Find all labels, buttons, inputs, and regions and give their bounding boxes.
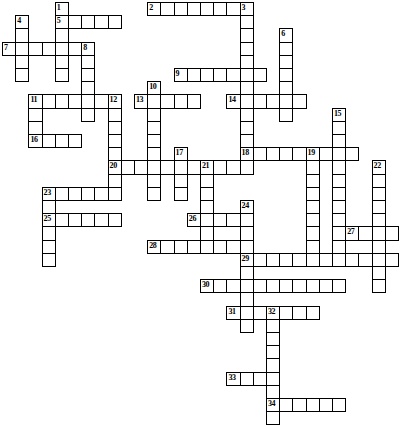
grid-cell[interactable]: 14 — [226, 94, 240, 108]
grid-cell[interactable] — [55, 213, 69, 227]
grid-cell[interactable] — [147, 187, 161, 201]
grid-cell[interactable] — [55, 187, 69, 201]
grid-cell[interactable] — [266, 279, 280, 293]
cell-number: 26 — [189, 214, 196, 223]
grid-cell[interactable] — [332, 160, 346, 174]
grid-cell[interactable] — [108, 134, 122, 148]
grid-cell[interactable] — [147, 160, 161, 174]
grid-cell[interactable] — [385, 253, 399, 267]
grid-cell[interactable] — [306, 200, 320, 214]
cell-number: 33 — [228, 373, 235, 382]
grid-cell[interactable] — [319, 147, 333, 161]
grid-cell[interactable] — [68, 134, 82, 148]
grid-cell[interactable] — [42, 200, 56, 214]
grid-cell[interactable] — [160, 160, 174, 174]
cell-number: 11 — [30, 95, 37, 104]
grid-cell[interactable]: 10 — [147, 81, 161, 95]
cell-number: 9 — [176, 69, 180, 78]
cell-number: 32 — [268, 307, 275, 316]
grid-cell[interactable] — [81, 108, 95, 122]
grid-cell[interactable] — [55, 134, 69, 148]
grid-cell[interactable]: 33 — [226, 372, 240, 386]
grid-cell[interactable] — [42, 240, 56, 254]
grid-cell[interactable] — [160, 2, 174, 16]
grid-cell[interactable] — [292, 306, 306, 320]
grid-cell[interactable] — [306, 160, 320, 174]
grid-cell[interactable] — [306, 253, 320, 267]
grid-cell[interactable] — [200, 200, 214, 214]
grid-cell[interactable]: 23 — [42, 187, 56, 201]
grid-cell[interactable] — [253, 253, 267, 267]
grid-cell[interactable] — [226, 213, 240, 227]
grid-cell[interactable]: 13 — [134, 94, 148, 108]
grid-cell[interactable] — [279, 81, 293, 95]
grid-cell[interactable] — [15, 55, 29, 69]
grid-cell[interactable] — [55, 94, 69, 108]
grid-cell[interactable]: 29 — [240, 253, 254, 267]
grid-cell[interactable] — [279, 108, 293, 122]
grid-cell[interactable] — [332, 279, 346, 293]
grid-cell[interactable] — [332, 253, 346, 267]
grid-cell[interactable] — [68, 213, 82, 227]
grid-cell[interactable] — [187, 94, 201, 108]
cell-number: 5 — [57, 16, 61, 25]
grid-cell[interactable]: 24 — [240, 200, 254, 214]
grid-cell[interactable] — [200, 226, 214, 240]
grid-cell[interactable] — [306, 174, 320, 188]
grid-cell[interactable] — [372, 266, 386, 280]
cell-number: 27 — [347, 227, 354, 236]
grid-cell[interactable] — [332, 174, 346, 188]
cell-number: 23 — [44, 188, 51, 197]
grid-cell[interactable]: 26 — [187, 213, 201, 227]
grid-cell[interactable] — [372, 279, 386, 293]
grid-cell[interactable] — [240, 15, 254, 29]
grid-cell[interactable] — [108, 15, 122, 29]
grid-cell[interactable] — [147, 174, 161, 188]
cell-number: 1 — [57, 3, 61, 12]
grid-cell[interactable] — [279, 94, 293, 108]
grid-cell[interactable] — [332, 121, 346, 135]
grid-cell[interactable] — [240, 226, 254, 240]
grid-cell[interactable] — [81, 81, 95, 95]
grid-cell[interactable] — [345, 147, 359, 161]
cell-number: 3 — [242, 3, 246, 12]
cell-number: 16 — [30, 135, 37, 144]
grid-cell[interactable]: 4 — [15, 15, 29, 29]
grid-cell[interactable]: 5 — [55, 15, 69, 29]
grid-cell[interactable] — [306, 279, 320, 293]
grid-cell[interactable] — [55, 68, 69, 82]
grid-cell[interactable] — [240, 160, 254, 174]
grid-cell[interactable]: 6 — [279, 28, 293, 42]
grid-cell[interactable] — [81, 213, 95, 227]
grid-cell[interactable] — [292, 398, 306, 412]
grid-cell[interactable]: 12 — [108, 94, 122, 108]
grid-cell[interactable] — [200, 174, 214, 188]
grid-cell[interactable] — [279, 68, 293, 82]
grid-cell[interactable] — [200, 187, 214, 201]
grid-cell[interactable] — [200, 240, 214, 254]
grid-cell[interactable] — [253, 147, 267, 161]
grid-cell[interactable] — [174, 174, 188, 188]
grid-cell[interactable] — [108, 174, 122, 188]
grid-cell[interactable] — [332, 240, 346, 254]
grid-cell[interactable]: 16 — [28, 134, 42, 148]
grid-cell[interactable] — [147, 147, 161, 161]
grid-cell[interactable] — [266, 345, 280, 359]
grid-cell[interactable] — [240, 94, 254, 108]
grid-cell[interactable]: 34 — [266, 398, 280, 412]
grid-cell[interactable] — [372, 253, 386, 267]
grid-cell[interactable] — [226, 2, 240, 16]
cell-number: 7 — [4, 43, 8, 52]
grid-cell[interactable] — [200, 2, 214, 16]
grid-cell[interactable] — [332, 226, 346, 240]
grid-cell[interactable] — [200, 68, 214, 82]
grid-cell[interactable] — [240, 121, 254, 135]
cell-number: 21 — [202, 161, 209, 170]
grid-cell[interactable] — [55, 42, 69, 56]
grid-cell[interactable] — [266, 332, 280, 346]
grid-cell[interactable]: 8 — [81, 42, 95, 56]
grid-cell[interactable] — [213, 213, 227, 227]
grid-cell[interactable] — [240, 279, 254, 293]
grid-cell[interactable] — [332, 398, 346, 412]
grid-cell[interactable] — [279, 42, 293, 56]
grid-cell[interactable] — [81, 187, 95, 201]
grid-cell[interactable] — [385, 226, 399, 240]
cell-number: 30 — [202, 280, 209, 289]
grid-cell[interactable] — [187, 68, 201, 82]
cell-number: 20 — [110, 161, 117, 170]
grid-cell[interactable] — [213, 2, 227, 16]
grid-cell[interactable] — [372, 240, 386, 254]
grid-cell[interactable] — [55, 28, 69, 42]
grid-cell[interactable] — [42, 42, 56, 56]
grid-cell[interactable] — [108, 187, 122, 201]
grid-cell[interactable] — [292, 253, 306, 267]
cell-number: 6 — [281, 29, 285, 38]
grid-cell[interactable] — [319, 398, 333, 412]
grid-cell[interactable] — [28, 121, 42, 135]
grid-cell[interactable] — [292, 94, 306, 108]
cell-number: 17 — [176, 148, 183, 157]
cell-number: 10 — [149, 82, 156, 91]
cell-number: 8 — [83, 43, 87, 52]
cell-number: 2 — [149, 3, 153, 12]
grid-cell[interactable] — [94, 187, 108, 201]
grid-cell[interactable] — [372, 226, 386, 240]
grid-cell[interactable] — [68, 42, 82, 56]
grid-cell[interactable]: 27 — [345, 226, 359, 240]
grid-cell[interactable] — [306, 306, 320, 320]
grid-cell[interactable] — [15, 42, 29, 56]
grid-cell[interactable] — [108, 213, 122, 227]
grid-cell[interactable]: 20 — [108, 160, 122, 174]
grid-cell[interactable] — [108, 108, 122, 122]
grid-cell[interactable] — [213, 68, 227, 82]
grid-cell[interactable] — [226, 160, 240, 174]
grid-cell[interactable] — [319, 253, 333, 267]
grid-cell[interactable] — [226, 279, 240, 293]
grid-cell[interactable] — [42, 134, 56, 148]
grid-cell[interactable] — [253, 94, 267, 108]
grid-cell[interactable] — [266, 411, 280, 425]
grid-cell[interactable] — [81, 15, 95, 29]
grid-cell[interactable] — [121, 160, 135, 174]
cell-number: 28 — [149, 241, 156, 250]
grid-cell[interactable] — [28, 108, 42, 122]
grid-cell[interactable] — [160, 94, 174, 108]
grid-cell[interactable] — [240, 108, 254, 122]
grid-cell[interactable] — [174, 94, 188, 108]
grid-cell[interactable] — [332, 187, 346, 201]
cell-number: 25 — [44, 214, 51, 223]
grid-cell[interactable] — [174, 160, 188, 174]
grid-cell[interactable] — [240, 213, 254, 227]
grid-cell[interactable]: 32 — [266, 306, 280, 320]
grid-cell[interactable] — [358, 226, 372, 240]
grid-cell[interactable]: 17 — [174, 147, 188, 161]
grid-cell[interactable] — [68, 187, 82, 201]
grid-cell[interactable] — [147, 108, 161, 122]
grid-cell[interactable] — [15, 68, 29, 82]
grid-cell[interactable] — [81, 94, 95, 108]
grid-cell[interactable] — [240, 28, 254, 42]
grid-cell[interactable] — [266, 385, 280, 399]
grid-cell[interactable] — [213, 240, 227, 254]
grid-cell[interactable]: 1 — [55, 2, 69, 16]
grid-cell[interactable]: 3 — [240, 2, 254, 16]
grid-cell[interactable] — [240, 306, 254, 320]
grid-cell[interactable] — [358, 253, 372, 267]
grid-cell[interactable] — [279, 55, 293, 69]
grid-cell[interactable] — [253, 372, 267, 386]
grid-cell[interactable]: 19 — [306, 147, 320, 161]
grid-cell[interactable] — [147, 134, 161, 148]
grid-cell[interactable] — [332, 200, 346, 214]
grid-cell[interactable] — [345, 253, 359, 267]
cell-number: 4 — [17, 16, 21, 25]
grid-cell[interactable] — [306, 187, 320, 201]
grid-cell[interactable] — [266, 147, 280, 161]
cell-number: 14 — [228, 95, 235, 104]
cell-number: 22 — [374, 161, 381, 170]
grid-cell[interactable] — [266, 319, 280, 333]
grid-cell[interactable] — [42, 226, 56, 240]
grid-cell[interactable] — [372, 213, 386, 227]
grid-cell[interactable] — [266, 372, 280, 386]
grid-cell[interactable] — [306, 226, 320, 240]
grid-cell[interactable] — [174, 187, 188, 201]
grid-cell[interactable] — [55, 55, 69, 69]
grid-cell[interactable]: 28 — [147, 240, 161, 254]
cell-number: 19 — [308, 148, 315, 157]
grid-cell[interactable] — [108, 121, 122, 135]
grid-cell[interactable] — [213, 160, 227, 174]
grid-cell[interactable]: 21 — [200, 160, 214, 174]
grid-cell[interactable] — [306, 213, 320, 227]
grid-cell[interactable] — [68, 15, 82, 29]
cell-number: 29 — [242, 254, 249, 263]
grid-cell[interactable] — [200, 213, 214, 227]
grid-cell[interactable] — [147, 94, 161, 108]
grid-cell[interactable]: 2 — [147, 2, 161, 16]
grid-cell[interactable] — [240, 292, 254, 306]
cell-number: 34 — [268, 399, 275, 408]
grid-cell[interactable] — [28, 42, 42, 56]
grid-cell[interactable]: 18 — [240, 147, 254, 161]
grid-cell[interactable] — [306, 240, 320, 254]
grid-cell[interactable] — [213, 279, 227, 293]
grid-cell[interactable] — [266, 94, 280, 108]
grid-cell[interactable]: 7 — [2, 42, 16, 56]
grid-cell[interactable] — [253, 306, 267, 320]
grid-cell[interactable] — [174, 240, 188, 254]
grid-cell[interactable] — [332, 134, 346, 148]
grid-cell[interactable] — [332, 213, 346, 227]
grid-cell[interactable] — [108, 147, 122, 161]
grid-cell[interactable] — [253, 68, 267, 82]
grid-cell[interactable] — [306, 398, 320, 412]
cell-number: 12 — [110, 95, 117, 104]
cell-number: 13 — [136, 95, 143, 104]
grid-cell[interactable] — [81, 55, 95, 69]
grid-cell[interactable] — [292, 147, 306, 161]
cell-number: 31 — [228, 307, 235, 316]
grid-cell[interactable] — [319, 279, 333, 293]
grid-cell[interactable] — [372, 174, 386, 188]
grid-cell[interactable] — [240, 55, 254, 69]
grid-cell[interactable] — [94, 15, 108, 29]
grid-cell[interactable] — [279, 279, 293, 293]
grid-cell[interactable] — [94, 213, 108, 227]
grid-cell[interactable] — [266, 253, 280, 267]
grid-cell[interactable] — [372, 200, 386, 214]
grid-cell[interactable] — [42, 94, 56, 108]
grid-cell[interactable] — [187, 2, 201, 16]
grid-cell[interactable] — [240, 240, 254, 254]
grid-cell[interactable] — [279, 253, 293, 267]
grid-cell[interactable] — [240, 68, 254, 82]
grid-cell[interactable] — [253, 279, 267, 293]
grid-cell[interactable] — [279, 398, 293, 412]
grid-cell[interactable]: 31 — [226, 306, 240, 320]
grid-cell[interactable] — [15, 28, 29, 42]
grid-cell[interactable] — [226, 68, 240, 82]
grid-cell[interactable] — [147, 121, 161, 135]
grid-cell[interactable] — [160, 240, 174, 254]
grid-cell[interactable] — [187, 160, 201, 174]
grid-cell[interactable] — [240, 266, 254, 280]
grid-cell[interactable] — [279, 147, 293, 161]
grid-cell[interactable] — [240, 81, 254, 95]
crossword-board: 1234567891011121314151617181920212223242… — [0, 0, 400, 426]
cell-number: 18 — [242, 148, 249, 157]
grid-cell[interactable] — [240, 372, 254, 386]
grid-cell[interactable] — [372, 187, 386, 201]
grid-cell[interactable] — [68, 94, 82, 108]
grid-cell[interactable] — [240, 319, 254, 333]
grid-cell[interactable] — [332, 147, 346, 161]
grid-cell[interactable] — [266, 358, 280, 372]
cell-number: 15 — [334, 109, 341, 118]
grid-cell[interactable]: 15 — [332, 108, 346, 122]
grid-cell[interactable] — [134, 160, 148, 174]
grid-cell[interactable] — [81, 68, 95, 82]
cell-number: 24 — [242, 201, 249, 210]
grid-cell[interactable] — [240, 134, 254, 148]
grid-cell[interactable] — [292, 279, 306, 293]
grid-cell[interactable]: 9 — [174, 68, 188, 82]
grid-cell[interactable] — [94, 94, 108, 108]
grid-cell[interactable] — [174, 2, 188, 16]
grid-cell[interactable] — [279, 306, 293, 320]
grid-cell[interactable] — [42, 253, 56, 267]
grid-cell[interactable]: 25 — [42, 213, 56, 227]
grid-cell[interactable]: 30 — [200, 279, 214, 293]
grid-cell[interactable] — [187, 240, 201, 254]
grid-cell[interactable]: 22 — [372, 160, 386, 174]
grid-cell[interactable] — [226, 240, 240, 254]
grid-cell[interactable] — [240, 42, 254, 56]
grid-cell[interactable]: 11 — [28, 94, 42, 108]
